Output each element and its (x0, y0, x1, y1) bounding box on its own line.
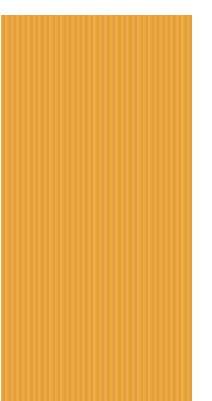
stones-layer (0, 0, 212, 401)
left-pink-border (0, 15, 2, 401)
go-board-diagram[interactable] (0, 0, 212, 401)
